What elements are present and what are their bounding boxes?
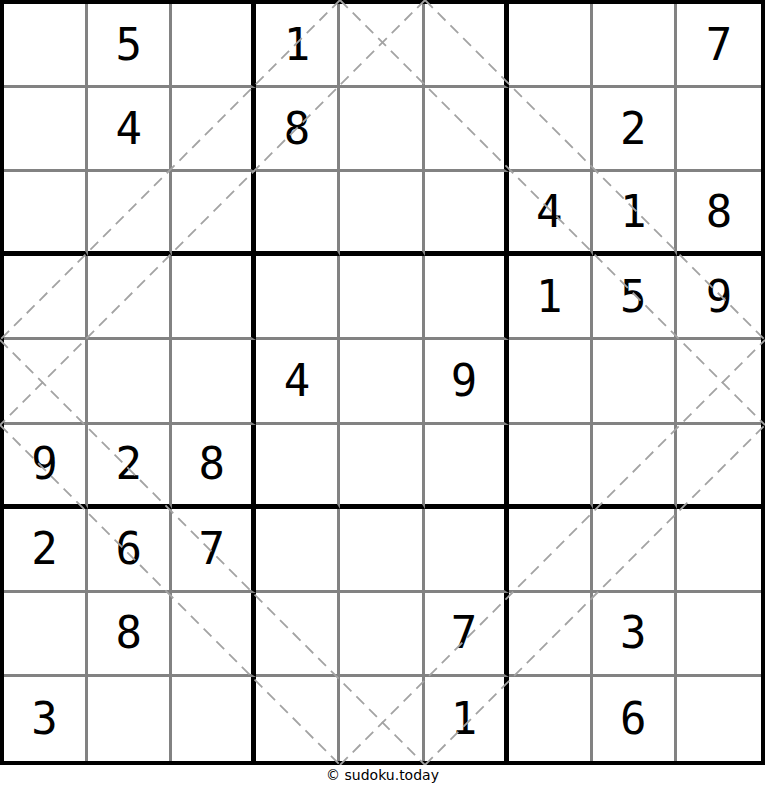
cell-r4c4[interactable] bbox=[256, 256, 340, 340]
cell-r8c1[interactable] bbox=[4, 593, 88, 677]
footer-credit: © sudoku.today bbox=[0, 764, 765, 785]
cell-r9c9[interactable] bbox=[677, 677, 761, 761]
cell-r1c9[interactable]: 7 bbox=[677, 4, 761, 88]
cell-r9c5[interactable] bbox=[340, 677, 424, 761]
cell-r3c9[interactable]: 8 bbox=[677, 172, 761, 256]
cell-r8c3[interactable] bbox=[172, 593, 256, 677]
cell-r3c4[interactable] bbox=[256, 172, 340, 256]
cell-r7c6[interactable] bbox=[425, 509, 509, 593]
cell-r4c5[interactable] bbox=[340, 256, 424, 340]
cell-r5c8[interactable] bbox=[593, 340, 677, 424]
cell-r7c2[interactable]: 6 bbox=[88, 509, 172, 593]
cell-r5c3[interactable] bbox=[172, 340, 256, 424]
cell-r2c8[interactable]: 2 bbox=[593, 88, 677, 172]
cell-r7c9[interactable] bbox=[677, 509, 761, 593]
cell-r2c5[interactable] bbox=[340, 88, 424, 172]
cell-r6c2[interactable]: 2 bbox=[88, 425, 172, 509]
cell-r1c3[interactable] bbox=[172, 4, 256, 88]
cell-r4c3[interactable] bbox=[172, 256, 256, 340]
cell-r7c5[interactable] bbox=[340, 509, 424, 593]
cell-r6c4[interactable] bbox=[256, 425, 340, 509]
cell-r2c9[interactable] bbox=[677, 88, 761, 172]
cell-r5c2[interactable] bbox=[88, 340, 172, 424]
cell-r9c7[interactable] bbox=[509, 677, 593, 761]
cell-r2c6[interactable] bbox=[425, 88, 509, 172]
cell-r5c6[interactable]: 9 bbox=[425, 340, 509, 424]
cell-r9c8[interactable]: 6 bbox=[593, 677, 677, 761]
cell-r9c3[interactable] bbox=[172, 677, 256, 761]
cell-r5c9[interactable] bbox=[677, 340, 761, 424]
cell-r4c1[interactable] bbox=[4, 256, 88, 340]
cell-r7c3[interactable]: 7 bbox=[172, 509, 256, 593]
cell-r4c6[interactable] bbox=[425, 256, 509, 340]
cell-r3c2[interactable] bbox=[88, 172, 172, 256]
cell-r6c5[interactable] bbox=[340, 425, 424, 509]
cell-r5c1[interactable] bbox=[4, 340, 88, 424]
cell-r4c8[interactable]: 5 bbox=[593, 256, 677, 340]
cell-r8c2[interactable]: 8 bbox=[88, 593, 172, 677]
cell-r3c7[interactable]: 4 bbox=[509, 172, 593, 256]
cell-r1c1[interactable] bbox=[4, 4, 88, 88]
cell-r8c9[interactable] bbox=[677, 593, 761, 677]
cell-r3c6[interactable] bbox=[425, 172, 509, 256]
cell-r2c7[interactable] bbox=[509, 88, 593, 172]
cell-r4c2[interactable] bbox=[88, 256, 172, 340]
cell-r7c1[interactable]: 2 bbox=[4, 509, 88, 593]
cell-r1c8[interactable] bbox=[593, 4, 677, 88]
cell-r2c4[interactable]: 8 bbox=[256, 88, 340, 172]
cell-r1c7[interactable] bbox=[509, 4, 593, 88]
cell-r5c7[interactable] bbox=[509, 340, 593, 424]
cell-r7c4[interactable] bbox=[256, 509, 340, 593]
cell-r8c6[interactable]: 7 bbox=[425, 593, 509, 677]
cell-r4c9[interactable]: 9 bbox=[677, 256, 761, 340]
cell-r3c5[interactable] bbox=[340, 172, 424, 256]
cell-r3c3[interactable] bbox=[172, 172, 256, 256]
cell-r3c8[interactable]: 1 bbox=[593, 172, 677, 256]
cell-r8c4[interactable] bbox=[256, 593, 340, 677]
cell-r9c6[interactable]: 1 bbox=[425, 677, 509, 761]
cell-r8c7[interactable] bbox=[509, 593, 593, 677]
cell-r2c2[interactable]: 4 bbox=[88, 88, 172, 172]
cell-r8c8[interactable]: 3 bbox=[593, 593, 677, 677]
cell-r9c4[interactable] bbox=[256, 677, 340, 761]
cell-r6c3[interactable]: 8 bbox=[172, 425, 256, 509]
cell-r5c5[interactable] bbox=[340, 340, 424, 424]
cell-r1c2[interactable]: 5 bbox=[88, 4, 172, 88]
cell-r6c6[interactable] bbox=[425, 425, 509, 509]
cell-r3c1[interactable] bbox=[4, 172, 88, 256]
cell-r6c1[interactable]: 9 bbox=[4, 425, 88, 509]
cell-r4c7[interactable]: 1 bbox=[509, 256, 593, 340]
cell-r2c3[interactable] bbox=[172, 88, 256, 172]
cell-r5c4[interactable]: 4 bbox=[256, 340, 340, 424]
cell-r8c5[interactable] bbox=[340, 593, 424, 677]
cell-r9c1[interactable]: 3 bbox=[4, 677, 88, 761]
cell-r1c5[interactable] bbox=[340, 4, 424, 88]
cell-r9c2[interactable] bbox=[88, 677, 172, 761]
cell-r1c6[interactable] bbox=[425, 4, 509, 88]
sudoku-board: 51748241815949928267873316 bbox=[0, 0, 765, 765]
cell-r7c7[interactable] bbox=[509, 509, 593, 593]
cell-r7c8[interactable] bbox=[593, 509, 677, 593]
cell-r2c1[interactable] bbox=[4, 88, 88, 172]
sudoku-page: 51748241815949928267873316 © sudoku.toda… bbox=[0, 0, 765, 785]
cell-r6c8[interactable] bbox=[593, 425, 677, 509]
cell-r1c4[interactable]: 1 bbox=[256, 4, 340, 88]
cell-r6c9[interactable] bbox=[677, 425, 761, 509]
cell-r6c7[interactable] bbox=[509, 425, 593, 509]
